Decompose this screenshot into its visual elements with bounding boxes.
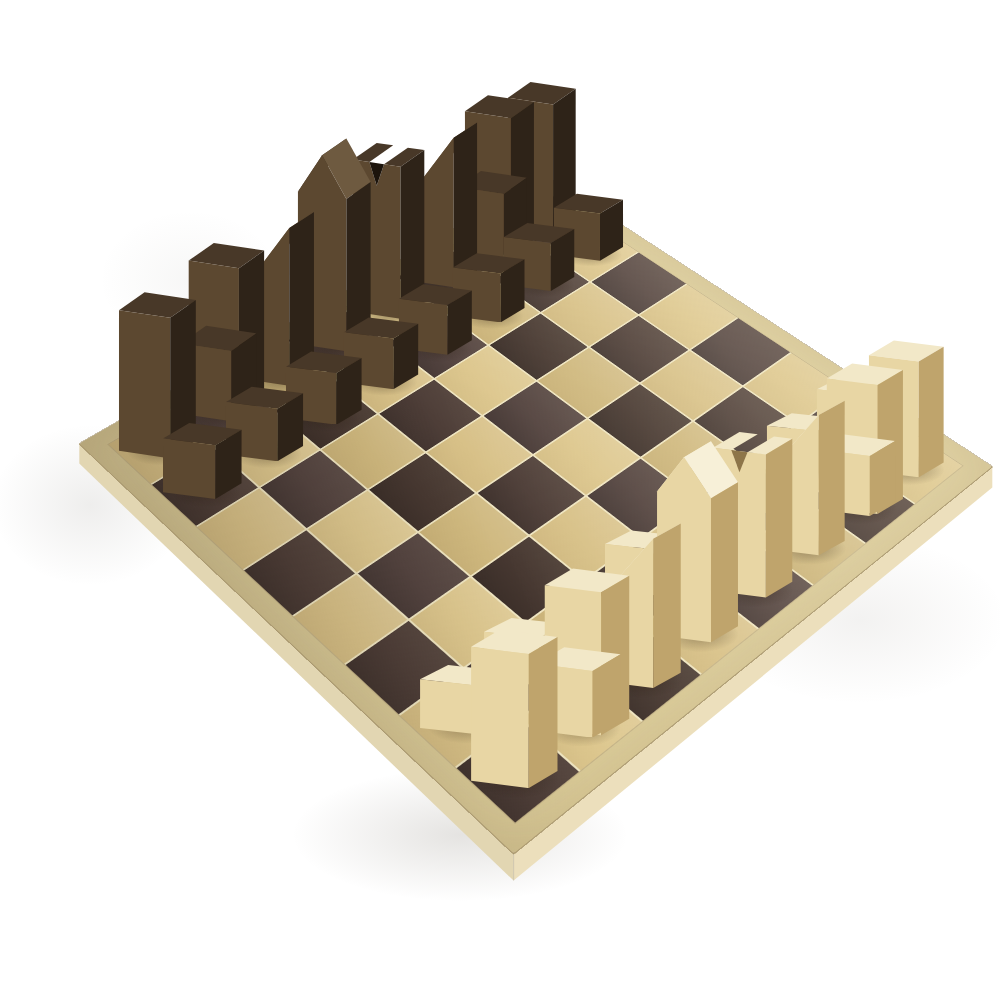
chess-board: [79, 176, 992, 854]
scene: [0, 0, 1000, 1000]
board-grid: [107, 191, 964, 824]
